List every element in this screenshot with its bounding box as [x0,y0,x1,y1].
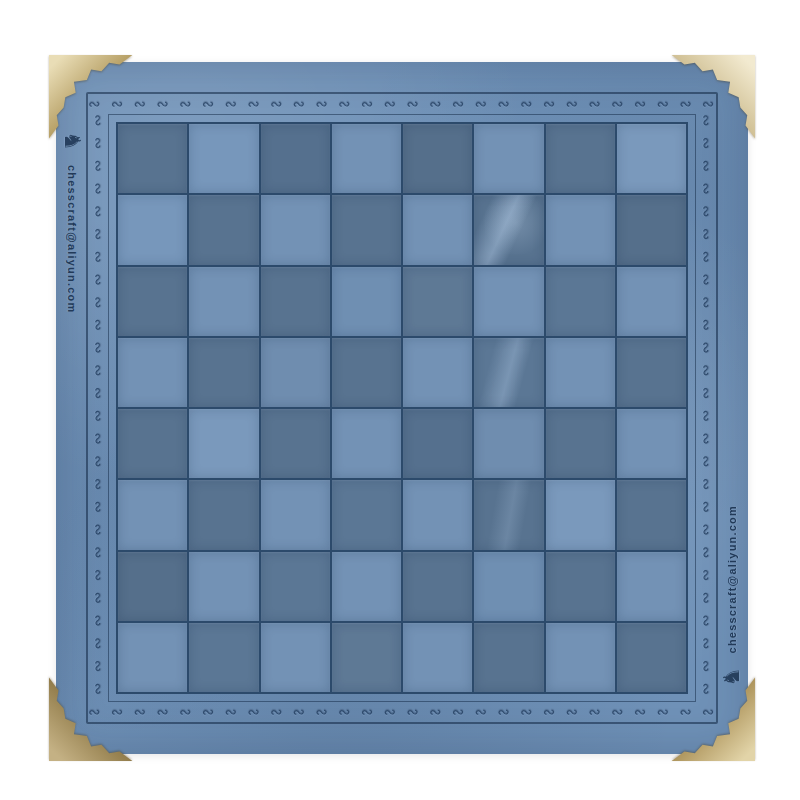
branding-right: chesscraft@aliyun.com ♞ [717,505,747,688]
square-f2 [474,552,543,621]
square-h2 [617,552,686,621]
square-b6 [189,267,258,336]
square-e3 [403,480,472,549]
square-g4 [546,409,615,478]
chess-mat: ♞ chesscraft@aliyun.com chesscraft@aliyu… [56,62,748,754]
square-c2 [261,552,330,621]
square-g8 [546,124,615,193]
square-c8 [261,124,330,193]
square-a5 [118,338,187,407]
square-d8 [332,124,401,193]
square-c4 [261,409,330,478]
square-h7 [617,195,686,264]
square-d4 [332,409,401,478]
square-a1 [118,623,187,692]
square-e6 [403,267,472,336]
square-c5 [261,338,330,407]
scroll-border-right: ∾ ∾ ∾ ∾ ∾ ∾ ∾ ∾ ∾ ∾ ∾ ∾ ∾ ∾ ∾ ∾ ∾ ∾ ∾ ∾ … [696,114,716,702]
square-a6 [118,267,187,336]
square-g5 [546,338,615,407]
square-e7 [403,195,472,264]
square-c1 [261,623,330,692]
square-f4 [474,409,543,478]
square-c6 [261,267,330,336]
square-a8 [118,124,187,193]
square-b8 [189,124,258,193]
scroll-border-top: ∾ ∾ ∾ ∾ ∾ ∾ ∾ ∾ ∾ ∾ ∾ ∾ ∾ ∾ ∾ ∾ ∾ ∾ ∾ ∾ … [88,94,716,114]
square-d1 [332,623,401,692]
square-a3 [118,480,187,549]
square-f7 [474,195,543,264]
scroll-border-left: ∾ ∾ ∾ ∾ ∾ ∾ ∾ ∾ ∾ ∾ ∾ ∾ ∾ ∾ ∾ ∾ ∾ ∾ ∾ ∾ … [88,114,108,702]
square-b7 [189,195,258,264]
square-f6 [474,267,543,336]
square-h4 [617,409,686,478]
square-a7 [118,195,187,264]
square-h8 [617,124,686,193]
square-g3 [546,480,615,549]
square-c3 [261,480,330,549]
square-e8 [403,124,472,193]
square-g6 [546,267,615,336]
square-a4 [118,409,187,478]
square-b1 [189,623,258,692]
product-photo: ♞ chesscraft@aliyun.com chesscraft@aliyu… [0,0,800,800]
scroll-border-bottom: ∾ ∾ ∾ ∾ ∾ ∾ ∾ ∾ ∾ ∾ ∾ ∾ ∾ ∾ ∾ ∾ ∾ ∾ ∾ ∾ … [88,702,716,722]
square-e2 [403,552,472,621]
knight-logo-icon: ♞ [61,131,83,151]
branding-email-text: chesscraft@aliyun.com [66,165,78,313]
square-a2 [118,552,187,621]
chess-board [116,122,688,694]
square-g2 [546,552,615,621]
square-b4 [189,409,258,478]
square-h3 [617,480,686,549]
knight-logo-icon: ♞ [721,667,743,687]
square-c7 [261,195,330,264]
square-e4 [403,409,472,478]
branding-left: ♞ chesscraft@aliyun.com [57,130,87,313]
square-d3 [332,480,401,549]
square-g7 [546,195,615,264]
square-d7 [332,195,401,264]
square-h5 [617,338,686,407]
square-f5 [474,338,543,407]
square-f3 [474,480,543,549]
square-f8 [474,124,543,193]
square-g1 [546,623,615,692]
square-b2 [189,552,258,621]
square-d2 [332,552,401,621]
square-h1 [617,623,686,692]
square-b5 [189,338,258,407]
branding-email-text: chesscraft@aliyun.com [726,505,738,653]
square-d6 [332,267,401,336]
square-d5 [332,338,401,407]
square-b3 [189,480,258,549]
square-e1 [403,623,472,692]
square-h6 [617,267,686,336]
square-f1 [474,623,543,692]
square-e5 [403,338,472,407]
